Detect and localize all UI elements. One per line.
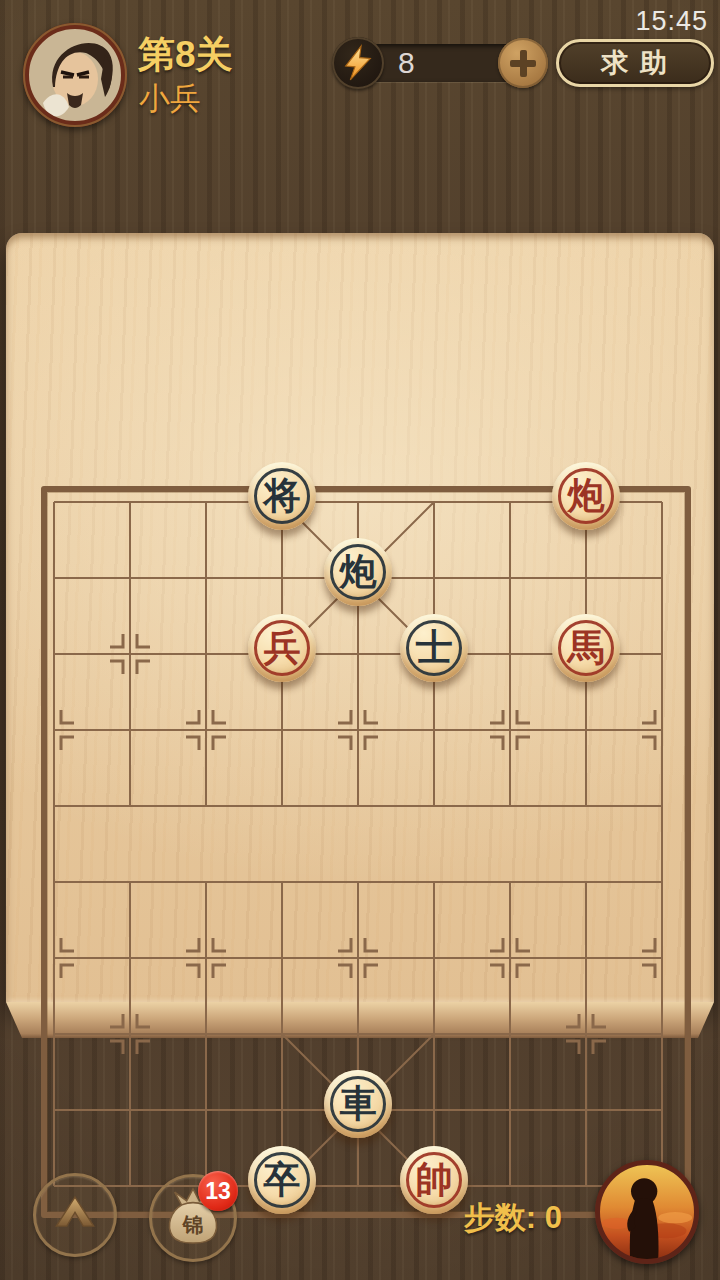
up-chevron-icon xyxy=(46,1184,104,1246)
warrior-portrait-icon xyxy=(23,113,127,130)
piece-black-soldier[interactable]: 卒 xyxy=(248,1146,316,1214)
bag-character: 锦 xyxy=(182,1213,204,1237)
piece-red-general[interactable]: 帥 xyxy=(400,1146,468,1214)
piece-glyph: 炮 xyxy=(340,553,377,590)
step-counter-value: 0 xyxy=(545,1200,562,1235)
piece-red-cannon[interactable]: 炮 xyxy=(552,462,620,530)
lightning-icon xyxy=(332,37,384,89)
piece-glyph: 将 xyxy=(264,477,301,514)
energy-count: 8 xyxy=(398,46,415,80)
player-rank-label: 小兵 xyxy=(139,78,201,120)
up-arrow-button[interactable] xyxy=(33,1173,117,1257)
piece-glyph: 炮 xyxy=(568,477,605,514)
step-counter-label: 步数: xyxy=(464,1200,536,1235)
piece-black-chariot[interactable]: 車 xyxy=(324,1070,392,1138)
piece-glyph: 車 xyxy=(340,1085,377,1122)
add-energy-button[interactable] xyxy=(498,38,548,88)
piece-glyph: 馬 xyxy=(568,629,605,666)
piece-red-soldier[interactable]: 兵 xyxy=(248,614,316,682)
piece-glyph: 卒 xyxy=(264,1161,301,1198)
piece-black-general[interactable]: 将 xyxy=(248,462,316,530)
status-clock: 15:45 xyxy=(635,6,708,37)
player-avatar-button[interactable] xyxy=(23,23,127,127)
piece-glyph: 帥 xyxy=(416,1161,453,1198)
pieces-layer: 将炮炮兵士馬車卒帥 xyxy=(54,502,662,1186)
piece-glyph: 兵 xyxy=(264,629,301,666)
step-counter: 步数: 0 xyxy=(464,1197,562,1239)
piece-red-horse[interactable]: 馬 xyxy=(552,614,620,682)
piece-black-advisor[interactable]: 士 xyxy=(400,614,468,682)
level-title: 第8关 xyxy=(138,30,233,80)
hint-count-badge: 13 xyxy=(198,1171,238,1211)
character-avatar-button[interactable] xyxy=(595,1160,699,1264)
piece-black-cannon[interactable]: 炮 xyxy=(324,538,392,606)
silhouette-sunset-icon xyxy=(600,1245,694,1262)
piece-glyph: 士 xyxy=(416,629,453,666)
help-button[interactable]: 求 助 xyxy=(556,39,714,87)
xiangqi-board[interactable]: 将炮炮兵士馬車卒帥 xyxy=(6,233,714,1038)
